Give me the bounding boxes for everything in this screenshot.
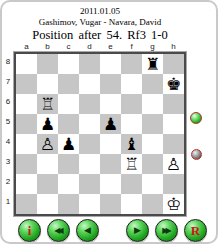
file-labels: abcdefgh bbox=[16, 42, 184, 51]
file-label-e: e bbox=[100, 42, 121, 51]
square-b2 bbox=[37, 174, 58, 194]
file-label-b: b bbox=[37, 42, 58, 51]
square-e4 bbox=[100, 134, 121, 154]
square-h3: ♙ bbox=[163, 154, 184, 174]
rank-label-4: 4 bbox=[3, 132, 13, 152]
square-e5: ♟ bbox=[100, 114, 121, 134]
file-label-g: g bbox=[142, 42, 163, 51]
square-d4 bbox=[79, 134, 100, 154]
square-g5 bbox=[142, 114, 163, 134]
square-h6 bbox=[163, 94, 184, 114]
game-viewer-widget: 2011.01.05 Gashimov, Vugar - Navara, Dav… bbox=[0, 0, 218, 244]
square-c4: ♟ bbox=[58, 134, 79, 154]
square-e6 bbox=[100, 94, 121, 114]
white-rook: ♖ bbox=[40, 94, 55, 114]
square-d1 bbox=[79, 194, 100, 214]
square-h8 bbox=[163, 54, 184, 74]
square-c8 bbox=[58, 54, 79, 74]
black-king: ♚ bbox=[166, 74, 181, 94]
square-g6 bbox=[142, 94, 163, 114]
square-g1 bbox=[142, 194, 163, 214]
game-date: 2011.01.05 bbox=[2, 6, 198, 16]
square-b7 bbox=[37, 74, 58, 94]
square-b6: ♖ bbox=[37, 94, 58, 114]
square-d6 bbox=[79, 94, 100, 114]
square-b1 bbox=[37, 194, 58, 214]
square-e3 bbox=[100, 154, 121, 174]
file-label-d: d bbox=[79, 42, 100, 51]
square-a5 bbox=[16, 114, 37, 134]
prev-move-button-glyph: ◀ bbox=[84, 226, 91, 235]
square-a2 bbox=[16, 174, 37, 194]
square-c3 bbox=[58, 154, 79, 174]
square-f3: ♖ bbox=[121, 154, 142, 174]
status-light-green[interactable] bbox=[190, 112, 202, 124]
square-g3 bbox=[142, 154, 163, 174]
square-f2 bbox=[121, 174, 142, 194]
last-move-button-glyph: ▶▶ bbox=[164, 227, 168, 235]
square-a7 bbox=[16, 74, 37, 94]
square-h7: ♚ bbox=[163, 74, 184, 94]
replay-controls: i◀◀◀▶▶▶R bbox=[18, 219, 207, 242]
first-move-button-glyph: ◀◀ bbox=[56, 227, 60, 235]
square-d8 bbox=[79, 54, 100, 74]
black-pawn: ♟ bbox=[103, 114, 118, 134]
square-a1 bbox=[16, 194, 37, 214]
square-a3 bbox=[16, 154, 37, 174]
black-bishop: ♝ bbox=[124, 134, 139, 154]
square-e1 bbox=[100, 194, 121, 214]
square-a6 bbox=[16, 94, 37, 114]
next-move-button-glyph: ▶ bbox=[134, 226, 141, 235]
rank-label-6: 6 bbox=[3, 92, 13, 112]
square-g8: ♜ bbox=[142, 54, 163, 74]
square-f5 bbox=[121, 114, 142, 134]
square-a4 bbox=[16, 134, 37, 154]
square-b5: ♟ bbox=[37, 114, 58, 134]
black-rook: ♜ bbox=[145, 54, 160, 74]
replay-button-glyph: R bbox=[191, 224, 200, 237]
chess-board-frame: ♜♚♖♟♟♙♟♝♖♙♔ bbox=[14, 52, 186, 216]
file-label-c: c bbox=[58, 42, 79, 51]
status-light-gray[interactable] bbox=[191, 149, 202, 160]
replay-button[interactable]: R bbox=[184, 219, 207, 242]
square-b4: ♙ bbox=[37, 134, 58, 154]
square-f7 bbox=[121, 74, 142, 94]
square-f8 bbox=[121, 54, 142, 74]
first-move-button[interactable]: ◀◀ bbox=[47, 219, 70, 242]
rank-label-2: 2 bbox=[3, 172, 13, 192]
file-label-f: f bbox=[121, 42, 142, 51]
square-c7 bbox=[58, 74, 79, 94]
square-f4: ♝ bbox=[121, 134, 142, 154]
square-b3 bbox=[37, 154, 58, 174]
black-pawn: ♟ bbox=[40, 114, 55, 134]
square-e8 bbox=[100, 54, 121, 74]
square-d5 bbox=[79, 114, 100, 134]
rank-label-7: 7 bbox=[3, 72, 13, 92]
next-move-button[interactable]: ▶ bbox=[126, 219, 149, 242]
info-button[interactable]: i bbox=[18, 219, 41, 242]
file-label-h: h bbox=[163, 42, 184, 51]
rank-labels: 87654321 bbox=[3, 52, 13, 212]
square-e2 bbox=[100, 174, 121, 194]
file-label-a: a bbox=[16, 42, 37, 51]
square-c2 bbox=[58, 174, 79, 194]
position-caption: Position after 54. Rf3 1-0 bbox=[2, 28, 198, 43]
square-d2 bbox=[79, 174, 100, 194]
square-a8 bbox=[16, 54, 37, 74]
square-c1 bbox=[58, 194, 79, 214]
square-c6 bbox=[58, 94, 79, 114]
square-f6 bbox=[121, 94, 142, 114]
square-b8 bbox=[37, 54, 58, 74]
square-d7 bbox=[79, 74, 100, 94]
square-d3 bbox=[79, 154, 100, 174]
white-rook: ♖ bbox=[124, 154, 139, 174]
prev-move-button[interactable]: ◀ bbox=[76, 219, 99, 242]
info-button-glyph: i bbox=[28, 224, 32, 237]
square-h2 bbox=[163, 174, 184, 194]
white-king: ♔ bbox=[166, 194, 181, 214]
black-pawn: ♟ bbox=[61, 134, 76, 154]
rank-label-3: 3 bbox=[3, 152, 13, 172]
last-move-button[interactable]: ▶▶ bbox=[155, 219, 178, 242]
square-f1 bbox=[121, 194, 142, 214]
square-h1: ♔ bbox=[163, 194, 184, 214]
square-h4 bbox=[163, 134, 184, 154]
rank-label-1: 1 bbox=[3, 192, 13, 212]
square-g2 bbox=[142, 174, 163, 194]
chess-board: ♜♚♖♟♟♙♟♝♖♙♔ bbox=[16, 54, 184, 214]
square-h5 bbox=[163, 114, 184, 134]
white-pawn: ♙ bbox=[166, 154, 181, 174]
game-players: Gashimov, Vugar - Navara, David bbox=[2, 17, 198, 27]
rank-label-8: 8 bbox=[3, 52, 13, 72]
white-pawn: ♙ bbox=[40, 134, 55, 154]
square-e7 bbox=[100, 74, 121, 94]
square-g7 bbox=[142, 74, 163, 94]
square-g4 bbox=[142, 134, 163, 154]
rank-label-5: 5 bbox=[3, 112, 13, 132]
square-c5 bbox=[58, 114, 79, 134]
